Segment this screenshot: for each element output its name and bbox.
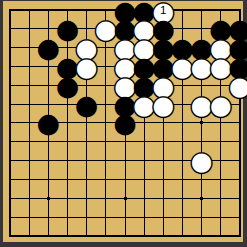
intersection[interactable] bbox=[58, 151, 77, 170]
intersection[interactable] bbox=[135, 189, 154, 208]
intersection[interactable] bbox=[211, 132, 230, 151]
intersection[interactable] bbox=[173, 208, 192, 227]
black-stone: ● bbox=[39, 38, 58, 57]
intersection[interactable] bbox=[0, 227, 19, 246]
intersection[interactable] bbox=[20, 170, 39, 189]
intersection[interactable] bbox=[154, 189, 173, 208]
intersection[interactable] bbox=[20, 189, 39, 208]
intersection[interactable] bbox=[58, 189, 77, 208]
intersection[interactable] bbox=[39, 170, 58, 189]
intersection[interactable] bbox=[0, 114, 19, 133]
intersection[interactable] bbox=[154, 151, 173, 170]
intersection[interactable]: ● bbox=[115, 114, 134, 133]
intersection[interactable] bbox=[135, 170, 154, 189]
intersection[interactable] bbox=[0, 95, 19, 114]
white-stone: ● bbox=[192, 151, 211, 170]
intersection[interactable] bbox=[230, 114, 247, 133]
intersection[interactable]: ● bbox=[39, 38, 58, 57]
intersection[interactable] bbox=[115, 151, 134, 170]
intersection[interactable] bbox=[154, 227, 173, 246]
intersection[interactable] bbox=[115, 208, 134, 227]
intersection[interactable] bbox=[96, 151, 115, 170]
go-diagram: ●●●1●●●●●●●●●●●●●●●●●●●●●●●●●●●●●●●●●●●●… bbox=[0, 0, 247, 247]
black-stone: ● bbox=[77, 95, 96, 114]
intersection[interactable] bbox=[154, 132, 173, 151]
intersection[interactable] bbox=[58, 208, 77, 227]
intersection[interactable] bbox=[115, 227, 134, 246]
intersection[interactable] bbox=[39, 227, 58, 246]
intersection[interactable] bbox=[192, 227, 211, 246]
intersection[interactable] bbox=[20, 76, 39, 95]
intersection[interactable] bbox=[58, 132, 77, 151]
intersection[interactable] bbox=[77, 170, 96, 189]
intersection[interactable] bbox=[96, 170, 115, 189]
intersection[interactable] bbox=[173, 1, 192, 20]
intersection[interactable] bbox=[192, 208, 211, 227]
intersection[interactable]: ● bbox=[77, 95, 96, 114]
intersection[interactable] bbox=[0, 208, 19, 227]
intersection[interactable] bbox=[0, 132, 19, 151]
intersection[interactable] bbox=[58, 227, 77, 246]
intersection[interactable] bbox=[230, 227, 247, 246]
intersection[interactable] bbox=[135, 208, 154, 227]
intersection[interactable] bbox=[39, 208, 58, 227]
intersection[interactable] bbox=[0, 189, 19, 208]
intersection[interactable] bbox=[211, 151, 230, 170]
white-stone: ● bbox=[211, 95, 230, 114]
intersection[interactable] bbox=[77, 189, 96, 208]
intersection[interactable] bbox=[96, 189, 115, 208]
intersection[interactable] bbox=[20, 1, 39, 20]
intersection[interactable] bbox=[77, 151, 96, 170]
intersection[interactable] bbox=[20, 151, 39, 170]
intersection[interactable] bbox=[20, 132, 39, 151]
intersection[interactable] bbox=[20, 95, 39, 114]
intersection[interactable] bbox=[115, 170, 134, 189]
intersection[interactable] bbox=[135, 227, 154, 246]
intersection[interactable] bbox=[0, 19, 19, 38]
intersection[interactable] bbox=[20, 19, 39, 38]
intersection[interactable] bbox=[20, 208, 39, 227]
go-board[interactable]: ●●●1●●●●●●●●●●●●●●●●●●●●●●●●●●●●●●●●●●●●… bbox=[0, 1, 247, 246]
intersection[interactable] bbox=[135, 132, 154, 151]
intersection[interactable] bbox=[77, 132, 96, 151]
intersection[interactable] bbox=[58, 170, 77, 189]
intersection[interactable] bbox=[39, 1, 58, 20]
intersection[interactable] bbox=[173, 227, 192, 246]
intersection[interactable] bbox=[77, 227, 96, 246]
intersection[interactable] bbox=[230, 189, 247, 208]
white-stone: ● bbox=[230, 76, 247, 95]
intersection[interactable] bbox=[0, 170, 19, 189]
intersection[interactable] bbox=[154, 208, 173, 227]
intersection[interactable]: ● bbox=[230, 76, 247, 95]
intersection[interactable] bbox=[20, 57, 39, 76]
intersection[interactable] bbox=[39, 151, 58, 170]
intersection[interactable] bbox=[154, 170, 173, 189]
intersection[interactable] bbox=[230, 151, 247, 170]
intersection[interactable]: ● bbox=[192, 151, 211, 170]
intersection[interactable] bbox=[115, 189, 134, 208]
white-stone: ● bbox=[77, 57, 96, 76]
intersection[interactable]: ● bbox=[211, 95, 230, 114]
intersection[interactable] bbox=[211, 189, 230, 208]
black-stone: ● bbox=[115, 113, 134, 132]
intersection[interactable] bbox=[192, 189, 211, 208]
intersection[interactable] bbox=[39, 189, 58, 208]
intersection[interactable] bbox=[0, 76, 19, 95]
black-stone: ● bbox=[39, 113, 58, 132]
intersection[interactable] bbox=[96, 227, 115, 246]
intersection[interactable] bbox=[173, 189, 192, 208]
intersection[interactable] bbox=[211, 170, 230, 189]
intersection[interactable] bbox=[0, 151, 19, 170]
intersection[interactable] bbox=[230, 132, 247, 151]
white-stone: ● bbox=[154, 95, 173, 114]
intersection[interactable] bbox=[211, 208, 230, 227]
intersection[interactable] bbox=[96, 208, 115, 227]
intersection[interactable] bbox=[230, 170, 247, 189]
intersection[interactable] bbox=[0, 57, 19, 76]
intersection[interactable] bbox=[0, 38, 19, 57]
intersection[interactable] bbox=[230, 208, 247, 227]
intersection[interactable] bbox=[135, 151, 154, 170]
intersection[interactable]: ● bbox=[39, 114, 58, 133]
intersection[interactable] bbox=[20, 227, 39, 246]
intersection[interactable] bbox=[77, 208, 96, 227]
intersection[interactable] bbox=[0, 1, 19, 20]
intersection[interactable]: ● bbox=[154, 95, 173, 114]
intersection[interactable] bbox=[211, 227, 230, 246]
intersection[interactable]: ● bbox=[77, 57, 96, 76]
